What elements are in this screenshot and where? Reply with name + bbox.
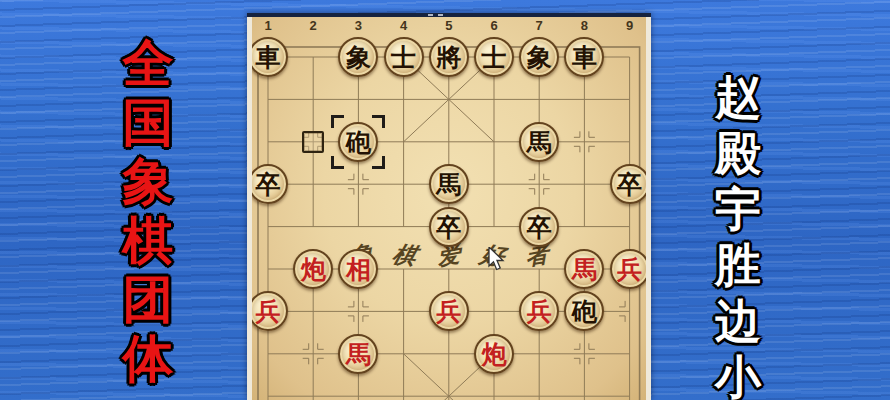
column-label: 1 (264, 18, 271, 33)
xiangqi-window: 123456789 象棋爱好者 車象士將士象車砲馬卒馬卒卒卒炮相馬兵兵兵兵砲馬炮 (247, 13, 651, 400)
caption-char: 宇 (715, 186, 761, 233)
caption-char: 全 (123, 38, 174, 90)
piece-red-cannon[interactable]: 炮 (474, 334, 514, 374)
column-label: 2 (310, 18, 317, 33)
last-move-from-marker (302, 131, 324, 153)
piece-black-advisor[interactable]: 士 (384, 37, 424, 77)
caption-char: 棋 (123, 215, 174, 267)
titlebar-dot (428, 14, 433, 16)
column-label: 8 (581, 18, 588, 33)
piece-black-soldier[interactable]: 卒 (610, 164, 646, 204)
left-caption: 全国象棋团体 (117, 38, 179, 385)
titlebar-dot (438, 14, 443, 16)
piece-black-soldier[interactable]: 卒 (519, 207, 559, 247)
column-label: 5 (445, 18, 452, 33)
piece-red-horse[interactable]: 馬 (338, 334, 378, 374)
caption-char: 殿 (715, 130, 761, 177)
column-label: 6 (490, 18, 497, 33)
caption-char: 体 (123, 333, 174, 385)
piece-black-cannon[interactable]: 砲 (338, 122, 378, 162)
column-label: 7 (536, 18, 543, 33)
piece-black-horse[interactable]: 馬 (429, 164, 469, 204)
piece-black-soldier[interactable]: 卒 (429, 207, 469, 247)
xiangqi-board[interactable]: 123456789 象棋爱好者 車象士將士象車砲馬卒馬卒卒卒炮相馬兵兵兵兵砲馬炮 (252, 17, 646, 400)
caption-char: 赵 (715, 74, 761, 121)
right-caption: 赵殿宇胜边小 (708, 74, 768, 400)
piece-red-soldier[interactable]: 兵 (610, 249, 646, 289)
scene: 全国象棋团体 赵殿宇胜边小 123456789 象棋爱好者 車象士將士象車砲馬卒… (0, 0, 890, 400)
piece-red-cannon[interactable]: 炮 (293, 249, 333, 289)
caption-char: 小 (715, 354, 761, 400)
piece-black-horse[interactable]: 馬 (519, 122, 559, 162)
caption-char: 国 (123, 97, 174, 149)
piece-black-advisor[interactable]: 士 (474, 37, 514, 77)
caption-char: 胜 (715, 242, 761, 289)
piece-red-soldier[interactable]: 兵 (429, 291, 469, 331)
caption-char: 象 (123, 156, 174, 208)
caption-char: 边 (715, 298, 761, 345)
caption-char: 团 (123, 274, 174, 326)
column-label: 3 (355, 18, 362, 33)
piece-black-elephant[interactable]: 象 (519, 37, 559, 77)
piece-black-general[interactable]: 將 (429, 37, 469, 77)
column-label: 4 (400, 18, 408, 33)
column-label: 9 (626, 18, 633, 33)
